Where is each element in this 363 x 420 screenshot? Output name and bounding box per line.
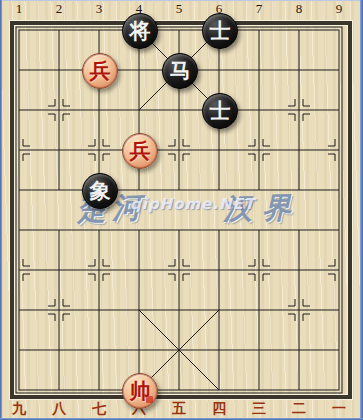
bottom-file-labels: 九八七六五四三二一 xyxy=(0,400,363,418)
file-label-bottom: 五 xyxy=(159,400,199,418)
file-label-bottom: 九 xyxy=(0,400,39,418)
piece-black-horse[interactable]: 马 xyxy=(162,53,198,89)
screen-edge-left xyxy=(0,0,2,420)
piece-character: 士 xyxy=(210,101,231,122)
file-label-bottom: 八 xyxy=(39,400,79,418)
file-label-bottom: 二 xyxy=(279,400,319,418)
piece-seal-mark xyxy=(146,396,153,403)
piece-black-advisor[interactable]: 士 xyxy=(202,13,238,49)
file-label-bottom: 四 xyxy=(199,400,239,418)
file-label-top: 1 xyxy=(0,1,39,17)
file-label-top: 8 xyxy=(279,1,319,17)
xiangqi-board: 123456789 楚河 汉界 qipHome.NET 将士兵马士兵象帅 九八七… xyxy=(0,0,363,420)
piece-character: 将 xyxy=(130,21,151,42)
piece-red-general[interactable]: 帅 xyxy=(122,373,158,409)
file-label-bottom: 七 xyxy=(79,400,119,418)
piece-red-pawn[interactable]: 兵 xyxy=(122,133,158,169)
piece-character: 象 xyxy=(90,181,111,202)
file-label-top: 7 xyxy=(239,1,279,17)
piece-character: 兵 xyxy=(90,61,111,82)
file-label-bottom: 三 xyxy=(239,400,279,418)
file-label-top: 5 xyxy=(159,1,199,17)
piece-character: 士 xyxy=(210,21,231,42)
file-label-top: 2 xyxy=(39,1,79,17)
piece-character: 兵 xyxy=(130,141,151,162)
file-label-top: 3 xyxy=(79,1,119,17)
piece-red-pawn[interactable]: 兵 xyxy=(82,53,118,89)
piece-black-advisor[interactable]: 士 xyxy=(202,93,238,129)
top-file-labels: 123456789 xyxy=(0,1,363,17)
file-label-top: 9 xyxy=(319,1,359,17)
piece-character: 马 xyxy=(170,61,191,82)
piece-black-elephant[interactable]: 象 xyxy=(82,173,118,209)
piece-black-general[interactable]: 将 xyxy=(122,13,158,49)
file-label-bottom: 一 xyxy=(319,400,359,418)
